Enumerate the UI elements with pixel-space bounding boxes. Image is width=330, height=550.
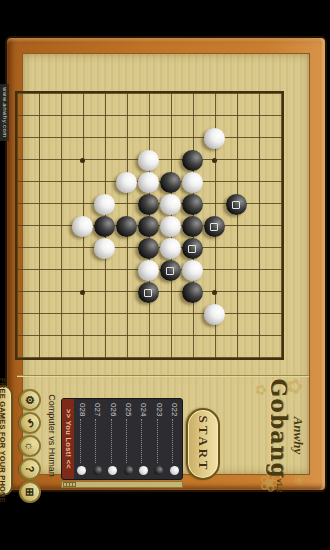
brand-name: Anwhy <box>291 376 305 495</box>
white-stone <box>161 216 182 237</box>
white-stone <box>139 150 160 171</box>
move-list-scrollbar[interactable] <box>61 481 183 488</box>
toolbar: ⚙↶☼?⊞ <box>19 376 41 506</box>
star-point <box>80 158 85 163</box>
white-stone <box>117 172 138 193</box>
move-number: 025 <box>124 403 132 416</box>
watermark-text: www.anwhy.com <box>0 84 9 141</box>
undo-icon: ↶ <box>25 418 36 427</box>
question-icon: ? <box>25 466 36 473</box>
black-stone <box>227 194 248 215</box>
winning-line-mark <box>233 201 241 209</box>
start-button[interactable]: START <box>186 408 220 480</box>
black-stone <box>183 150 204 171</box>
star-point <box>212 290 217 295</box>
move-row[interactable]: 027 <box>89 399 104 479</box>
move-row[interactable]: 023 <box>151 399 166 479</box>
undo-button[interactable]: ↶ <box>19 412 41 434</box>
move-row[interactable]: 026 <box>105 399 120 479</box>
white-stone-icon <box>139 466 148 475</box>
white-stone-icon <box>108 466 117 475</box>
more-games-button[interactable]: ⊞ <box>19 481 41 503</box>
dotted-leader <box>95 419 97 463</box>
move-row[interactable]: 024 <box>136 399 151 479</box>
control-panel: ✿ ❀ ✿ ❀ Anwhy Gobangv1.2 START 022023024… <box>17 376 309 495</box>
black-stone <box>95 216 116 237</box>
white-stone <box>183 172 204 193</box>
status-badge: >> You Lost! << <box>62 399 74 479</box>
black-stone <box>161 260 182 281</box>
white-stone-icon <box>77 466 86 475</box>
black-stone <box>183 216 204 237</box>
white-stone <box>95 194 116 215</box>
move-row[interactable]: 025 <box>120 399 135 479</box>
black-stone <box>139 282 160 303</box>
black-stone-icon <box>124 466 133 475</box>
white-stone <box>205 128 226 149</box>
move-number: 028 <box>78 403 86 416</box>
move-number: 022 <box>170 403 178 416</box>
move-row[interactable]: 022 <box>167 399 182 479</box>
gear-icon: ⚙ <box>25 395 36 405</box>
move-number: 024 <box>139 403 147 416</box>
scrollbar-thumb[interactable] <box>63 482 76 487</box>
star-point <box>80 290 85 295</box>
black-stone <box>183 238 204 259</box>
black-stone <box>183 194 204 215</box>
white-stone <box>95 238 116 259</box>
black-stone <box>139 238 160 259</box>
dotted-leader <box>111 419 113 463</box>
move-row[interactable]: 028 <box>74 399 89 479</box>
star-point <box>212 158 217 163</box>
white-stone <box>139 172 160 193</box>
winning-line-mark <box>145 289 153 297</box>
move-list[interactable]: 022023024025026027028>> You Lost! << <box>61 398 183 480</box>
white-stone <box>139 260 160 281</box>
wood-surface: www.anwhy.com ✿ ❀ ✿ ❀ Anwhy Gobangv1.2 S… <box>22 53 310 475</box>
game-title: Gobang <box>266 378 292 478</box>
version-label: v1.2 <box>276 479 283 493</box>
black-stone <box>161 172 182 193</box>
winning-line-mark <box>167 267 175 275</box>
black-stone <box>205 216 226 237</box>
grid-icon: ⊞ <box>25 487 36 496</box>
white-stone <box>183 260 204 281</box>
move-number: 026 <box>109 403 117 416</box>
black-stone <box>117 216 138 237</box>
dotted-leader <box>126 419 128 463</box>
dotted-leader <box>172 419 174 463</box>
dotted-leader <box>141 419 143 463</box>
game-board[interactable]: www.anwhy.com <box>17 54 309 361</box>
settings-button[interactable]: ⚙ <box>19 389 41 411</box>
dotted-leader <box>157 419 159 463</box>
black-stone-icon <box>93 466 102 475</box>
app-title: Anwhy Gobangv1.2 <box>267 376 305 495</box>
black-stone <box>183 282 204 303</box>
dotted-leader <box>80 419 82 463</box>
black-stone <box>139 216 160 237</box>
white-stone <box>205 304 226 325</box>
screen: { "game": "Gobang (Gomoku / Five in a Ro… <box>0 0 330 550</box>
hint-button[interactable]: ☼ <box>19 435 41 457</box>
bulb-icon: ☼ <box>25 441 36 451</box>
winning-line-mark <box>189 245 197 253</box>
move-number: 023 <box>155 403 163 416</box>
game-mode-label: Computer vs Human <box>47 376 57 495</box>
free-games-banner[interactable]: FREE GAMES FOR YOUR PHONE <box>0 385 13 496</box>
white-stone <box>161 238 182 259</box>
black-stone-icon <box>154 466 163 475</box>
gobang-app-frame: www.anwhy.com ✿ ❀ ✿ ❀ Anwhy Gobangv1.2 S… <box>5 36 327 492</box>
white-stone <box>73 216 94 237</box>
white-stone <box>161 194 182 215</box>
black-stone <box>139 194 160 215</box>
white-stone-icon <box>170 466 179 475</box>
move-number: 027 <box>93 403 101 416</box>
winning-line-mark <box>211 223 219 231</box>
help-button[interactable]: ? <box>19 458 41 480</box>
